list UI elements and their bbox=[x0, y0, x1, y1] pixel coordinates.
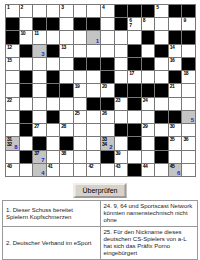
clue-number: 29 bbox=[143, 124, 148, 129]
letter-cell[interactable] bbox=[47, 98, 61, 111]
clue-number: 20 bbox=[102, 84, 107, 89]
letter-cell[interactable] bbox=[101, 124, 115, 137]
letter-cell[interactable] bbox=[155, 31, 169, 44]
letter-cell[interactable] bbox=[74, 31, 88, 44]
blocked-cell bbox=[101, 58, 115, 71]
clue-number: 44 bbox=[143, 164, 148, 169]
letter-cell[interactable] bbox=[115, 111, 129, 124]
letter-cell[interactable] bbox=[101, 18, 115, 31]
crossword-grid[interactable]: 123456 789101111231314151617181920212223… bbox=[5, 4, 196, 177]
letter-cell[interactable]: 12 bbox=[6, 45, 20, 58]
blocked-cell bbox=[60, 84, 74, 97]
letter-cell[interactable]: 27 bbox=[33, 124, 47, 137]
letter-cell[interactable] bbox=[47, 5, 61, 18]
letter-cell[interactable] bbox=[20, 137, 34, 150]
clue-number: 42 bbox=[88, 164, 93, 169]
blocked-cell bbox=[128, 124, 142, 137]
letter-cell[interactable] bbox=[47, 151, 61, 164]
letter-cell[interactable] bbox=[115, 137, 129, 150]
blocked-cell bbox=[169, 5, 183, 18]
letter-cell[interactable] bbox=[87, 5, 101, 18]
letter-cell[interactable] bbox=[74, 151, 88, 164]
letter-cell[interactable] bbox=[74, 45, 88, 58]
letter-cell[interactable] bbox=[182, 84, 196, 97]
letter-cell[interactable]: 43 bbox=[115, 164, 129, 177]
clue-number: 13 bbox=[61, 45, 66, 50]
blocked-cell bbox=[74, 58, 88, 71]
letter-cell[interactable]: 26 bbox=[101, 111, 115, 124]
letter-cell[interactable] bbox=[20, 58, 34, 71]
letter-cell[interactable] bbox=[33, 71, 47, 84]
blocked-cell bbox=[128, 98, 142, 111]
letter-cell[interactable]: 35 bbox=[169, 137, 183, 150]
clue-number: 6 7 bbox=[129, 18, 131, 28]
letter-cell[interactable] bbox=[155, 71, 169, 84]
blocked-cell bbox=[33, 18, 47, 31]
letter-cell[interactable]: 18 bbox=[182, 71, 196, 84]
letter-cell[interactable]: 14 bbox=[169, 45, 183, 58]
blocked-cell bbox=[47, 111, 61, 124]
letter-cell[interactable] bbox=[128, 111, 142, 124]
blocked-cell bbox=[155, 137, 169, 150]
letter-cell[interactable]: 16 bbox=[169, 58, 183, 71]
blocked-cell bbox=[155, 151, 169, 164]
letter-cell[interactable] bbox=[60, 98, 74, 111]
letter-cell[interactable] bbox=[6, 111, 20, 124]
solution-index-digit: 8 bbox=[14, 144, 17, 150]
solution-index-digit: 3 bbox=[41, 51, 44, 57]
clue-number: 15 bbox=[7, 58, 12, 63]
clue-number: 38 bbox=[61, 151, 66, 156]
letter-cell[interactable]: 20 bbox=[101, 84, 115, 97]
blocked-cell bbox=[33, 137, 47, 150]
letter-cell[interactable] bbox=[20, 98, 34, 111]
clue-number: 40 bbox=[7, 164, 12, 169]
solution-letter-cell[interactable]: 3 bbox=[33, 45, 47, 58]
clue-number: 35 bbox=[170, 137, 175, 142]
letter-cell[interactable] bbox=[155, 98, 169, 111]
letter-cell[interactable]: 29 bbox=[142, 124, 156, 137]
letter-cell[interactable] bbox=[60, 18, 74, 31]
letter-cell[interactable] bbox=[128, 31, 142, 44]
letter-cell[interactable]: 39 bbox=[115, 151, 129, 164]
clue-number: 25 bbox=[75, 111, 80, 116]
letter-cell[interactable] bbox=[47, 124, 61, 137]
letter-cell[interactable]: 24 bbox=[142, 98, 156, 111]
solution-index-digit: 7 bbox=[41, 157, 44, 163]
letter-cell[interactable] bbox=[33, 5, 47, 18]
clue-number: 21 bbox=[170, 84, 175, 89]
letter-cell[interactable]: 30 bbox=[169, 124, 183, 137]
letter-cell[interactable] bbox=[74, 98, 88, 111]
blocked-cell bbox=[87, 58, 101, 71]
letter-cell[interactable] bbox=[33, 58, 47, 71]
letter-cell[interactable] bbox=[20, 18, 34, 31]
letter-cell[interactable] bbox=[74, 164, 88, 177]
crossword-page: 123456 789101111231314151617181920212223… bbox=[0, 0, 200, 260]
blocked-cell bbox=[128, 164, 142, 177]
letter-cell[interactable]: 5 bbox=[155, 5, 169, 18]
solution-index-digit: 4 bbox=[41, 170, 44, 176]
blocked-cell bbox=[20, 71, 34, 84]
blocked-cell bbox=[115, 84, 129, 97]
check-answers-button[interactable]: Überprüfen bbox=[73, 183, 126, 198]
blocked-cell bbox=[142, 58, 156, 71]
solution-letter-cell[interactable]: 377 bbox=[33, 151, 47, 164]
clue-number: 12 bbox=[7, 45, 12, 50]
letter-cell[interactable]: 15 bbox=[6, 58, 20, 71]
letter-cell[interactable] bbox=[155, 124, 169, 137]
clue-number: 14 bbox=[170, 45, 175, 50]
letter-cell[interactable] bbox=[115, 45, 129, 58]
blocked-cell bbox=[87, 98, 101, 111]
blocked-cell bbox=[101, 151, 115, 164]
clue-number: 36 bbox=[183, 137, 188, 142]
letter-cell[interactable]: 25 bbox=[74, 111, 88, 124]
letter-cell[interactable]: 36 bbox=[182, 137, 196, 150]
letter-cell[interactable]: 23 bbox=[115, 98, 129, 111]
letter-cell[interactable] bbox=[101, 164, 115, 177]
letter-cell[interactable] bbox=[182, 124, 196, 137]
letter-cell[interactable] bbox=[60, 58, 74, 71]
letter-cell[interactable] bbox=[169, 98, 183, 111]
letter-cell[interactable]: 3 bbox=[60, 5, 74, 18]
letter-cell[interactable]: 38 bbox=[60, 151, 74, 164]
clue-number: 22 bbox=[7, 98, 12, 103]
solution-index-digit: 2 bbox=[109, 144, 112, 150]
blocked-cell bbox=[182, 31, 196, 44]
letter-cell[interactable] bbox=[115, 58, 129, 71]
letter-cell[interactable]: 1 bbox=[6, 5, 20, 18]
letter-cell[interactable] bbox=[47, 137, 61, 150]
clue-number: 37 bbox=[34, 151, 39, 156]
blocked-cell bbox=[20, 45, 34, 58]
blocked-cell bbox=[47, 45, 61, 58]
clue-number: 1 bbox=[7, 5, 9, 10]
clue-number: 9 bbox=[183, 18, 185, 23]
letter-cell[interactable]: 11 bbox=[33, 31, 47, 44]
clue-number: 17 bbox=[129, 71, 134, 76]
letter-cell[interactable] bbox=[87, 84, 101, 97]
clue-number: 31 32 bbox=[7, 137, 12, 147]
letter-cell[interactable] bbox=[155, 58, 169, 71]
letter-cell[interactable] bbox=[6, 151, 20, 164]
clue-number: 8 bbox=[143, 18, 145, 23]
clue-number: 11 bbox=[34, 31, 38, 36]
letter-cell[interactable]: 40 bbox=[6, 164, 20, 177]
letter-cell[interactable] bbox=[155, 164, 169, 177]
letter-cell[interactable] bbox=[87, 124, 101, 137]
solution-index-digit: 6 bbox=[177, 170, 180, 176]
blocked-cell bbox=[47, 18, 61, 31]
letter-cell[interactable] bbox=[87, 45, 101, 58]
letter-cell[interactable] bbox=[74, 5, 88, 18]
letter-cell[interactable] bbox=[115, 31, 129, 44]
letter-cell[interactable] bbox=[101, 31, 115, 44]
clue-number: 28 bbox=[61, 124, 66, 129]
clue-number: 2 bbox=[21, 5, 23, 10]
clue-cell-left-1: 1. Dieser Schuss bereitet Spielern Kopfs… bbox=[3, 201, 101, 227]
solution-index-digit: 1 bbox=[96, 38, 99, 44]
letter-cell[interactable] bbox=[182, 164, 196, 177]
letter-cell[interactable] bbox=[182, 151, 196, 164]
clue-number: 43 bbox=[116, 164, 121, 169]
letter-cell[interactable] bbox=[101, 45, 115, 58]
blocked-cell bbox=[20, 84, 34, 97]
clue-number: 30 bbox=[170, 124, 175, 129]
clue-number: 27 bbox=[34, 124, 39, 129]
letter-cell[interactable] bbox=[142, 71, 156, 84]
solution-letter-cell[interactable]: 1 bbox=[87, 31, 101, 44]
letter-cell[interactable] bbox=[128, 151, 142, 164]
blocked-cell bbox=[47, 84, 61, 97]
letter-cell[interactable] bbox=[87, 151, 101, 164]
letter-cell[interactable] bbox=[60, 164, 74, 177]
clue-number: 18 bbox=[183, 71, 188, 76]
letter-cell[interactable]: 8 bbox=[142, 18, 156, 31]
blocked-cell bbox=[20, 124, 34, 137]
solution-letter-cell[interactable]: 5 bbox=[182, 111, 196, 124]
letter-cell[interactable]: 41 bbox=[47, 164, 61, 177]
letter-cell[interactable] bbox=[60, 31, 74, 44]
clue-number: 4 bbox=[102, 5, 104, 10]
blocked-cell bbox=[155, 45, 169, 58]
clue-cell-left-2: 2. Deutscher Verband im eSport bbox=[3, 227, 101, 260]
letter-cell[interactable]: 6 7 bbox=[128, 18, 142, 31]
letter-cell[interactable] bbox=[60, 71, 74, 84]
blocked-cell bbox=[169, 31, 183, 44]
letter-cell[interactable]: 10 bbox=[20, 31, 34, 44]
blocked-cell bbox=[155, 111, 169, 124]
letter-cell[interactable] bbox=[182, 98, 196, 111]
letter-cell[interactable]: 17 bbox=[128, 71, 142, 84]
letter-cell[interactable]: 4 bbox=[101, 5, 115, 18]
letter-cell[interactable] bbox=[33, 98, 47, 111]
letter-cell[interactable]: 2 bbox=[20, 5, 34, 18]
blocked-cell bbox=[128, 137, 142, 150]
blocked-cell bbox=[169, 71, 183, 84]
letter-cell[interactable]: 9 bbox=[182, 18, 196, 31]
letter-cell[interactable] bbox=[142, 151, 156, 164]
solution-letter-cell[interactable]: 33 342 bbox=[101, 137, 115, 150]
letter-cell[interactable]: 44 bbox=[142, 164, 156, 177]
clue-number: 3 bbox=[61, 5, 63, 10]
blocked-cell bbox=[6, 31, 20, 44]
blocked-cell bbox=[115, 5, 129, 18]
clue-cell-right-2: 25. Für den Nickname dieses deutschen CS… bbox=[100, 227, 198, 260]
blocked-cell bbox=[128, 84, 142, 97]
letter-cell[interactable] bbox=[74, 71, 88, 84]
letter-cell[interactable] bbox=[115, 71, 129, 84]
blocked-cell bbox=[128, 45, 142, 58]
letter-cell[interactable]: 28 bbox=[60, 124, 74, 137]
clue-cell-right-1: 24. 9, 64 und Sportscast Network könnten… bbox=[100, 201, 198, 227]
letter-cell[interactable] bbox=[155, 18, 169, 31]
blocked-cell bbox=[115, 124, 129, 137]
letter-cell[interactable] bbox=[169, 18, 183, 31]
blocked-cell bbox=[155, 84, 169, 97]
blocked-cell bbox=[101, 71, 115, 84]
solution-index-digit: 5 bbox=[191, 117, 194, 123]
blocked-cell bbox=[20, 151, 34, 164]
letter-cell[interactable]: 13 bbox=[60, 45, 74, 58]
blocked-cell bbox=[6, 18, 20, 31]
blocked-cell bbox=[74, 18, 88, 31]
letter-cell[interactable] bbox=[142, 45, 156, 58]
blocked-cell bbox=[142, 84, 156, 97]
clue-number: 23 bbox=[116, 98, 121, 103]
clue-number: 10 bbox=[21, 31, 26, 36]
letter-cell[interactable] bbox=[6, 124, 20, 137]
clue-number: 33 34 bbox=[102, 137, 107, 147]
letter-cell[interactable] bbox=[87, 137, 101, 150]
letter-cell[interactable] bbox=[87, 71, 101, 84]
solution-letter-cell[interactable]: 456 bbox=[169, 164, 183, 177]
clue-number: 19 bbox=[75, 84, 80, 89]
blocked-cell bbox=[47, 71, 61, 84]
clue-number: 45 bbox=[170, 164, 175, 169]
letter-cell[interactable] bbox=[47, 58, 61, 71]
clue-number: 39 bbox=[116, 151, 121, 156]
letter-cell[interactable] bbox=[33, 84, 47, 97]
clue-number: 41 bbox=[48, 164, 53, 169]
blocked-cell bbox=[115, 18, 129, 31]
letter-cell[interactable]: 21 bbox=[169, 84, 183, 97]
clue-number: 26 bbox=[102, 111, 107, 116]
letter-cell[interactable] bbox=[6, 71, 20, 84]
letter-cell[interactable] bbox=[169, 151, 183, 164]
blocked-cell bbox=[142, 31, 156, 44]
clue-number: 16 bbox=[170, 58, 175, 63]
letter-cell[interactable] bbox=[74, 137, 88, 150]
clue-row: 2. Deutscher Verband im eSport 25. Für d… bbox=[3, 227, 198, 260]
letter-cell[interactable]: 22 bbox=[6, 98, 20, 111]
letter-cell[interactable] bbox=[6, 84, 20, 97]
clue-number: 5 bbox=[156, 5, 158, 10]
clue-number: 24 bbox=[143, 98, 148, 103]
blocked-cell bbox=[60, 137, 74, 150]
letter-cell[interactable] bbox=[74, 124, 88, 137]
clue-table: 1. Dieser Schuss bereitet Spielern Kopfs… bbox=[2, 200, 198, 260]
blocked-cell bbox=[20, 111, 34, 124]
letter-cell[interactable] bbox=[47, 31, 61, 44]
letter-cell[interactable]: 42 bbox=[87, 164, 101, 177]
letter-cell[interactable]: 19 bbox=[74, 84, 88, 97]
clue-row: 1. Dieser Schuss bereitet Spielern Kopfs… bbox=[3, 201, 198, 227]
letter-cell[interactable] bbox=[142, 137, 156, 150]
letter-cell[interactable] bbox=[182, 45, 196, 58]
letter-cell[interactable] bbox=[20, 164, 34, 177]
blocked-cell bbox=[87, 18, 101, 31]
solution-letter-cell[interactable]: 4 bbox=[33, 164, 47, 177]
letter-cell[interactable] bbox=[87, 111, 101, 124]
solution-letter-cell[interactable]: 31 328 bbox=[6, 137, 20, 150]
blocked-cell bbox=[101, 98, 115, 111]
